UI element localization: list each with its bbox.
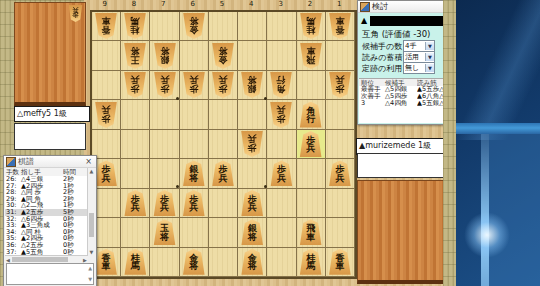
kifu-col-time: 時間 — [63, 168, 79, 176]
shogi-piece-gote-飛[interactable]: 飛車 — [299, 43, 323, 69]
board-square-5-三[interactable]: 歩兵 — [209, 71, 238, 100]
board-grid[interactable]: 香車桂馬金将桂馬香車王将銀将金将飛車歩兵歩兵歩兵歩兵銀将角行歩兵歩兵歩兵角行歩兵… — [90, 10, 357, 279]
analysis-window-icon — [360, 2, 370, 12]
file-label: 9 — [90, 0, 119, 9]
board-square-5-四[interactable] — [209, 100, 238, 129]
shogi-piece-sente-桂[interactable]: 桂馬 — [299, 249, 323, 275]
shogi-piece-sente-歩[interactable]: 歩兵 — [153, 190, 177, 216]
board-square-5-一[interactable] — [209, 12, 238, 41]
scroll-down-icon[interactable]: ▼ — [88, 277, 92, 282]
kifu-window: 棋譜 × 手数 指し手 時間 26:△4三銀2秒27:▲2四歩1秒28:△同 歩… — [3, 155, 97, 286]
shogi-piece-sente-桂[interactable]: 桂馬 — [123, 249, 147, 275]
board-square-3-一[interactable] — [267, 12, 296, 41]
shogi-piece-gote-桂[interactable]: 桂馬 — [123, 13, 147, 39]
shogi-piece-gote-銀[interactable]: 銀将 — [240, 72, 264, 98]
file-label: 4 — [237, 0, 266, 9]
board-square-8-四[interactable] — [121, 100, 150, 129]
shogi-piece-gote-歩[interactable]: 歩兵 — [153, 72, 177, 98]
sente-info-box — [357, 153, 444, 178]
file-label: 3 — [266, 0, 295, 9]
shogi-piece-sente-角[interactable]: 角行 — [299, 102, 323, 128]
candidate-count-label: 候補手の数 — [362, 41, 403, 52]
board-square-7-六[interactable] — [150, 159, 179, 188]
shogi-piece-sente-香[interactable]: 香車 — [94, 249, 118, 275]
kifu-col-move: 指し手 — [21, 168, 63, 176]
kifu-row[interactable]: 35:▲2四歩0秒 — [5, 235, 88, 242]
kifu-move-list[interactable]: 26:△4三銀2秒27:▲2四歩1秒28:△同 歩2秒29:▲同 角2秒30:△… — [5, 176, 88, 255]
board-square-6-六[interactable]: 銀将 — [180, 159, 209, 188]
board-square-7-九[interactable] — [150, 248, 179, 277]
board-square-4-八[interactable]: 銀将 — [238, 218, 267, 247]
gote-hand[interactable]: 歩兵 — [68, 5, 83, 22]
board-square-5-七[interactable] — [209, 189, 238, 218]
hoshi-dot — [176, 97, 179, 100]
shogi-piece-sente-銀[interactable]: 銀将 — [240, 219, 264, 245]
board-square-9-三[interactable] — [92, 71, 121, 100]
board-square-2-八[interactable]: 飛車 — [297, 218, 326, 247]
shogi-piece-gote-銀[interactable]: 銀将 — [153, 43, 177, 69]
shogi-piece-sente-飛[interactable]: 飛車 — [299, 219, 323, 245]
board-square-7-四[interactable] — [150, 100, 179, 129]
board-square-3-三[interactable]: 角行 — [267, 71, 296, 100]
hoshi-dot — [176, 185, 179, 188]
file-label: 1 — [325, 0, 354, 9]
shogi-piece-gote-角[interactable]: 角行 — [269, 72, 293, 98]
kifu-row[interactable]: 27:▲2四歩1秒 — [5, 183, 88, 190]
board-square-8-八[interactable] — [121, 218, 150, 247]
shogi-piece-sente-歩[interactable]: 歩兵 — [94, 160, 118, 186]
kifu-close-icon[interactable]: × — [83, 157, 94, 166]
board-square-4-三[interactable]: 銀将 — [238, 71, 267, 100]
kifu-row[interactable]: 31:▲2五歩5秒 — [5, 209, 88, 216]
kifu-comment-box[interactable]: ▲ ▼ — [6, 263, 94, 285]
board-square-6-三[interactable]: 歩兵 — [180, 71, 209, 100]
file-label: 6 — [178, 0, 207, 9]
shogi-piece-gote-香[interactable]: 香車 — [328, 13, 352, 39]
wallpaper-window-pane — [489, 134, 540, 286]
board-square-4-五[interactable]: 歩兵 — [238, 130, 267, 159]
analysis-cell: 3 — [359, 100, 385, 107]
board-square-3-四[interactable]: 歩兵 — [267, 100, 296, 129]
joseki-use-control: 定跡の利用 無し ▼ — [362, 63, 435, 73]
hoshi-dot — [264, 185, 267, 188]
board-square-8-七[interactable]: 歩兵 — [121, 189, 150, 218]
shogi-app-screen: 987654321 一二三四五六七八九 香車桂馬金将桂馬香車王将銀将金将飛車歩兵… — [0, 0, 540, 286]
board-square-8-二[interactable]: 王将 — [121, 41, 150, 70]
joseki-use-select[interactable]: 無し ▼ — [403, 62, 435, 74]
board-square-1-一[interactable]: 香車 — [326, 12, 355, 41]
board-square-1-四[interactable] — [326, 100, 355, 129]
kifu-cell: 2秒 — [63, 189, 79, 196]
shogi-piece-gote-歩[interactable]: 歩兵 — [123, 72, 147, 98]
board-square-1-九[interactable]: 香車 — [326, 248, 355, 277]
board-square-6-七[interactable]: 歩兵 — [180, 189, 209, 218]
wallpaper-light-ray — [456, 0, 540, 140]
board-square-1-六[interactable]: 歩兵 — [326, 159, 355, 188]
board-square-8-六[interactable] — [121, 159, 150, 188]
kifu-col-moveno: 手数 — [5, 168, 21, 176]
board-square-8-三[interactable]: 歩兵 — [121, 71, 150, 100]
read-accumulation-label: 読みの蓄積 — [362, 52, 403, 63]
board-square-4-二[interactable] — [238, 41, 267, 70]
board-square-8-五[interactable] — [121, 130, 150, 159]
hoshi-dot — [264, 97, 267, 100]
windows-wallpaper — [456, 0, 540, 286]
board-file-labels: 987654321 — [90, 0, 354, 9]
kifu-cell: 0秒 — [63, 235, 79, 242]
kifu-row[interactable]: 36:△2五歩0秒 — [5, 242, 88, 249]
wallpaper-window-edge — [481, 134, 489, 286]
board-square-8-一[interactable]: 桂馬 — [121, 12, 150, 41]
shogi-piece-gote-歩[interactable]: 歩兵 — [182, 72, 206, 98]
file-label: 8 — [119, 0, 148, 9]
gote-piece-stand[interactable]: 歩兵 — [14, 2, 86, 106]
board-square-2-九[interactable]: 桂馬 — [297, 248, 326, 277]
board-square-5-六[interactable]: 歩兵 — [209, 159, 238, 188]
shogi-piece-gote-桂[interactable]: 桂馬 — [299, 13, 323, 39]
joseki-use-label: 定跡の利用 — [362, 63, 403, 74]
board-square-2-五[interactable]: 歩兵 — [297, 130, 326, 159]
board-square-2-一[interactable]: 桂馬 — [297, 12, 326, 41]
kifu-cell: 0秒 — [63, 222, 79, 229]
board-square-1-五[interactable] — [326, 130, 355, 159]
board-square-7-五[interactable] — [150, 130, 179, 159]
board-square-8-九[interactable]: 桂馬 — [121, 248, 150, 277]
board-square-3-六[interactable]: 歩兵 — [267, 159, 296, 188]
shogi-piece-sente-玉[interactable]: 玉将 — [153, 219, 177, 245]
kifu-cell: 2秒 — [63, 176, 79, 183]
gote-name-plate: △meffy5 1級 — [14, 106, 90, 122]
board-square-7-七[interactable]: 歩兵 — [150, 189, 179, 218]
shogi-piece-sente-歩[interactable]: 歩兵 — [211, 160, 235, 186]
scroll-up-icon[interactable]: ▲ — [88, 168, 95, 174]
board-square-4-六[interactable] — [238, 159, 267, 188]
board-square-3-九[interactable] — [267, 248, 296, 277]
chevron-down-icon[interactable]: ▼ — [425, 53, 434, 61]
board-square-3-八[interactable] — [267, 218, 296, 247]
kifu-row[interactable]: 28:△同 歩2秒 — [5, 189, 88, 196]
kifu-horizontal-scrollbar[interactable]: ◀ ▶ — [5, 255, 88, 263]
shogi-piece-gote-歩[interactable]: 歩兵 — [68, 5, 83, 22]
kifu-cell: 1秒 — [63, 202, 79, 209]
shogi-piece-gote-香[interactable]: 香車 — [94, 13, 118, 39]
kifu-window-icon — [6, 157, 16, 167]
board-square-6-五[interactable] — [180, 130, 209, 159]
kifu-row[interactable]: 26:△4三銀2秒 — [5, 176, 88, 183]
board-square-6-九[interactable]: 金将 — [180, 248, 209, 277]
chevron-down-icon[interactable]: ▼ — [425, 64, 434, 72]
shogi-piece-sente-歩[interactable]: 歩兵 — [240, 190, 264, 216]
board-square-4-一[interactable] — [238, 12, 267, 41]
board-square-2-六[interactable] — [297, 159, 326, 188]
scroll-thumb[interactable] — [89, 213, 94, 237]
board-square-6-二[interactable] — [180, 41, 209, 70]
shogi-piece-sente-歩[interactable]: 歩兵 — [269, 160, 293, 186]
board-square-1-三[interactable]: 歩兵 — [326, 71, 355, 100]
board-square-3-五[interactable] — [267, 130, 296, 159]
scroll-thumb[interactable] — [12, 257, 68, 262]
sente-piece-stand[interactable] — [357, 180, 445, 284]
shogi-piece-sente-香[interactable]: 香車 — [328, 249, 352, 275]
wallpaper-glow — [464, 212, 510, 258]
kifu-titlebar[interactable]: 棋譜 × — [4, 156, 96, 168]
board-square-6-一[interactable]: 金将 — [180, 12, 209, 41]
shogi-piece-sente-歩[interactable]: 歩兵 — [182, 190, 206, 216]
kifu-row[interactable]: 33:▲3三角成0秒 — [5, 222, 88, 229]
shogi-piece-gote-歩[interactable]: 歩兵 — [94, 102, 118, 128]
scroll-right-icon[interactable]: ▶ — [82, 257, 88, 263]
shogi-piece-gote-金[interactable]: 金将 — [211, 43, 235, 69]
board-square-1-二[interactable] — [326, 41, 355, 70]
kifu-cell: 1秒 — [63, 183, 79, 190]
shogi-piece-sente-金[interactable]: 金将 — [240, 249, 264, 275]
analysis-cell: △4四角 — [385, 100, 417, 107]
scroll-up-icon[interactable]: ▲ — [88, 266, 92, 271]
eval-bar-black-fill — [371, 17, 452, 25]
board-square-3-七[interactable] — [267, 189, 296, 218]
board-square-2-七[interactable] — [297, 189, 326, 218]
file-label: 2 — [295, 0, 324, 9]
shogi-piece-gote-歩[interactable]: 歩兵 — [269, 102, 293, 128]
shogi-piece-gote-歩[interactable]: 歩兵 — [328, 72, 352, 98]
kifu-row[interactable]: 34:△同 桂0秒 — [5, 229, 88, 236]
board-square-7-八[interactable]: 玉将 — [150, 218, 179, 247]
board-square-9-四[interactable]: 歩兵 — [92, 100, 121, 129]
candidate-count-control: 候補手の数 4手 ▼ — [362, 41, 435, 51]
board-square-5-九[interactable] — [209, 248, 238, 277]
board-square-7-一[interactable] — [150, 12, 179, 41]
read-accumulation-control: 読みの蓄積 活用 ▼ — [362, 52, 435, 62]
board-square-7-二[interactable]: 銀将 — [150, 41, 179, 70]
shogi-piece-gote-歩[interactable]: 歩兵 — [240, 131, 264, 157]
shogi-piece-sente-銀[interactable]: 銀将 — [182, 160, 206, 186]
wallpaper-light-band — [456, 123, 540, 134]
kifu-window-title: 棋譜 — [18, 156, 83, 167]
board-square-4-七[interactable]: 歩兵 — [238, 189, 267, 218]
sente-mark: ▲ — [361, 16, 367, 26]
board-square-6-八[interactable] — [180, 218, 209, 247]
kifu-vertical-scrollbar[interactable]: ▲ ▼ — [87, 168, 95, 255]
board-square-2-四[interactable]: 角行 — [297, 100, 326, 129]
shogi-piece-sente-歩[interactable]: 歩兵 — [299, 131, 323, 157]
board-square-3-二[interactable] — [267, 41, 296, 70]
shogi-piece-sente-歩[interactable]: 歩兵 — [328, 160, 352, 186]
kifu-cell: 0秒 — [63, 216, 79, 223]
scroll-down-icon[interactable]: ▼ — [88, 249, 95, 255]
kifu-cell: 5秒 — [63, 209, 79, 216]
shogi-piece-sente-歩[interactable]: 歩兵 — [123, 190, 147, 216]
board-square-1-八[interactable] — [326, 218, 355, 247]
board-square-2-三[interactable] — [297, 71, 326, 100]
kifu-cell: 0秒 — [63, 229, 79, 236]
board-square-1-七[interactable] — [326, 189, 355, 218]
file-label: 7 — [149, 0, 178, 9]
board-square-6-四[interactable] — [180, 100, 209, 129]
board-square-7-三[interactable]: 歩兵 — [150, 71, 179, 100]
kifu-cell: 2秒 — [63, 196, 79, 203]
board-square-9-二[interactable] — [92, 41, 121, 70]
board-square-5-二[interactable]: 金将 — [209, 41, 238, 70]
shogi-piece-gote-王[interactable]: 王将 — [123, 43, 147, 69]
board-square-5-五[interactable] — [209, 130, 238, 159]
board-square-2-二[interactable]: 飛車 — [297, 41, 326, 70]
gote-info-box — [14, 123, 86, 150]
desktop-background — [443, 0, 540, 286]
board-square-9-一[interactable]: 香車 — [92, 12, 121, 41]
board-square-5-八[interactable] — [209, 218, 238, 247]
shogi-piece-gote-金[interactable]: 金将 — [182, 13, 206, 39]
kifu-row[interactable]: 29:▲同 角2秒 — [5, 196, 88, 203]
scroll-left-icon[interactable]: ◀ — [5, 257, 11, 263]
shogi-piece-gote-歩[interactable]: 歩兵 — [211, 72, 235, 98]
file-label: 5 — [207, 0, 236, 9]
board-square-4-四[interactable] — [238, 100, 267, 129]
shogi-piece-sente-金[interactable]: 金将 — [182, 249, 206, 275]
board-square-4-九[interactable]: 金将 — [238, 248, 267, 277]
kifu-row[interactable]: 30:△2二飛1秒 — [5, 202, 88, 209]
chevron-down-icon[interactable]: ▼ — [425, 42, 434, 50]
kifu-cell: 0秒 — [63, 242, 79, 249]
